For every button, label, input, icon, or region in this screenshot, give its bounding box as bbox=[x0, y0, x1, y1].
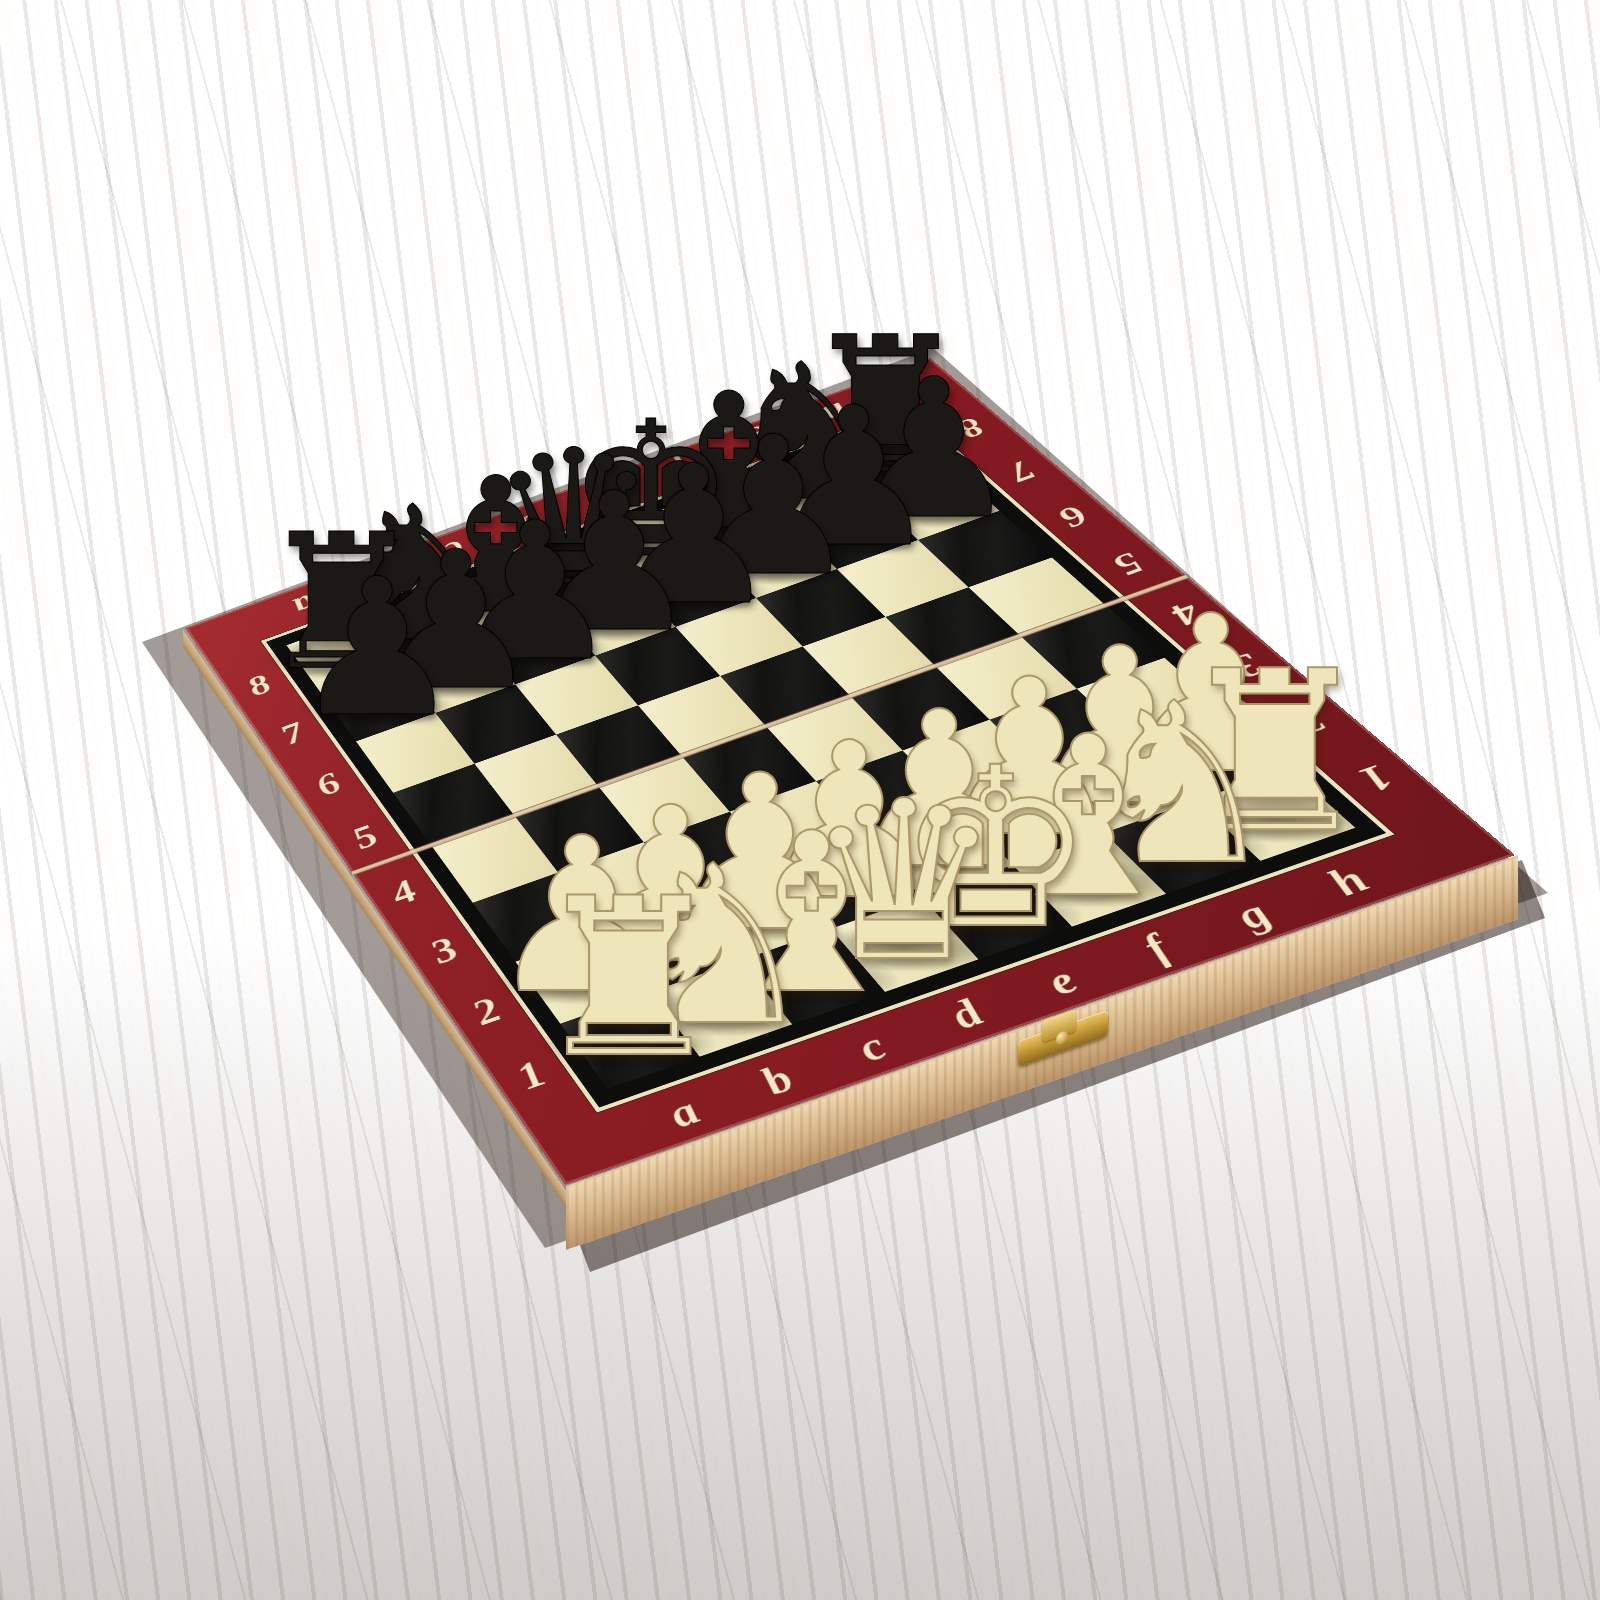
file-label-bottom-c: c bbox=[845, 1024, 898, 1070]
file-label-top-c: c bbox=[437, 535, 475, 566]
file-label-bottom-f: f bbox=[1130, 926, 1183, 969]
rank-label-left-6: 6 bbox=[307, 765, 348, 802]
rank-label-left-8: 8 bbox=[240, 668, 278, 702]
rank-label-right-8: 8 bbox=[947, 412, 995, 443]
file-label-bottom-b: b bbox=[750, 1056, 804, 1103]
chess-board: aa88bb77cc66dd55ee44ff33gg22hh11 bbox=[185, 358, 1515, 1185]
rank-label-right-3: 3 bbox=[1218, 647, 1276, 685]
rank-label-left-5: 5 bbox=[344, 817, 386, 855]
file-label-bottom-h: h bbox=[1315, 858, 1381, 904]
file-label-bottom-a: a bbox=[657, 1089, 710, 1136]
file-label-bottom-g: g bbox=[1221, 892, 1283, 937]
file-label-top-f: f bbox=[665, 454, 701, 483]
photo-scene: aa88bb77cc66dd55ee44ff33gg22hh11 ♜♞♝♛♚♝♞… bbox=[0, 0, 1600, 1600]
rank-label-right-6: 6 bbox=[1048, 500, 1099, 534]
file-label-top-a: a bbox=[286, 589, 324, 621]
rank-label-left-4: 4 bbox=[382, 872, 425, 912]
rank-label-left-1: 1 bbox=[506, 1052, 555, 1097]
file-label-top-e: e bbox=[587, 481, 627, 512]
rank-label-left-3: 3 bbox=[421, 929, 466, 971]
file-label-bottom-e: e bbox=[1033, 958, 1089, 1003]
file-label-bottom-d: d bbox=[937, 991, 994, 1037]
file-label-top-h: h bbox=[812, 398, 859, 429]
rank-label-left-7: 7 bbox=[273, 715, 312, 750]
file-label-top-b: b bbox=[361, 562, 400, 594]
rank-label-left-2: 2 bbox=[463, 989, 510, 1032]
rank-label-right-5: 5 bbox=[1102, 546, 1155, 581]
rank-label-right-1: 1 bbox=[1345, 758, 1407, 800]
rank-label-right-4: 4 bbox=[1159, 595, 1214, 632]
rank-label-right-7: 7 bbox=[997, 455, 1046, 488]
rank-label-right-2: 2 bbox=[1280, 701, 1340, 741]
file-label-top-d: d bbox=[511, 508, 552, 540]
file-label-top-g: g bbox=[737, 425, 781, 456]
